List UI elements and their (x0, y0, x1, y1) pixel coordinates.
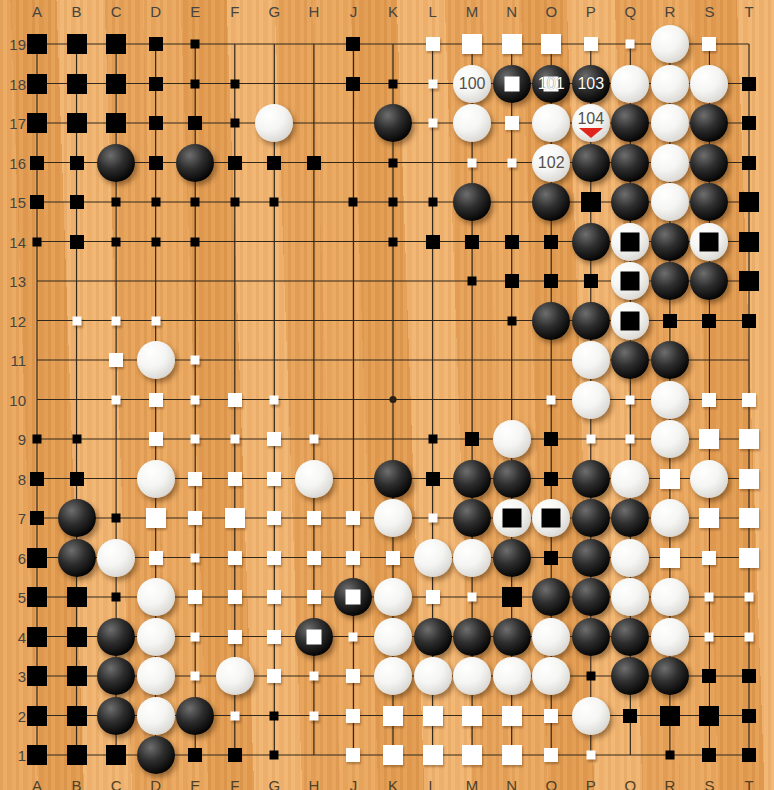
black-stone (690, 183, 728, 221)
territory-marker-white (586, 435, 595, 444)
territory-marker-black (742, 156, 756, 170)
column-label: L (428, 778, 436, 790)
territory-marker-black (106, 74, 126, 94)
territory-marker-black (505, 235, 519, 249)
move-number: 104 (577, 110, 604, 128)
white-stone (453, 104, 491, 142)
white-stone (216, 657, 254, 695)
white-stone (611, 65, 649, 103)
column-label: E (190, 4, 200, 19)
territory-marker-white (151, 316, 160, 325)
territory-marker-white (225, 508, 245, 528)
territory-marker-black (544, 274, 558, 288)
row-label: 18 (0, 76, 26, 91)
territory-marker-black (742, 709, 756, 723)
black-stone (690, 144, 728, 182)
territory-marker-black (67, 666, 87, 686)
star-point (389, 396, 396, 403)
territory-marker-black (151, 237, 160, 246)
territory-marker-black (112, 514, 121, 523)
white-stone (374, 618, 412, 656)
white-stone (611, 223, 649, 261)
territory-marker-white (428, 514, 437, 523)
column-label: S (704, 778, 714, 790)
white-stone (572, 697, 610, 735)
white-stone (414, 657, 452, 695)
black-stone (453, 618, 491, 656)
territory-marker-white (307, 551, 321, 565)
territory-marker-white (426, 37, 440, 51)
row-label: 13 (0, 274, 26, 289)
territory-marker-white (702, 551, 716, 565)
territory-marker-white (541, 34, 561, 54)
territory-marker-black (67, 706, 87, 726)
move-number: 101 (538, 75, 565, 93)
black-stone (493, 539, 531, 577)
territory-marker-black (468, 277, 477, 286)
territory-marker-white (149, 393, 163, 407)
white-stone (493, 420, 531, 458)
territory-marker-white (346, 709, 360, 723)
dead-stone-square-marker (346, 590, 361, 605)
last-move-triangle (579, 128, 603, 138)
column-label: D (150, 4, 161, 19)
black-stone (493, 65, 531, 103)
territory-marker-black (228, 156, 242, 170)
black-stone (493, 460, 531, 498)
territory-marker-black (230, 198, 239, 207)
territory-marker-white (228, 630, 242, 644)
row-label: 3 (0, 669, 26, 684)
territory-marker-black (502, 587, 522, 607)
column-label: Q (624, 4, 636, 19)
column-label: C (111, 778, 122, 790)
dead-stone-square-marker (542, 509, 561, 528)
territory-marker-white (349, 632, 358, 641)
territory-marker-black (663, 314, 677, 328)
territory-marker-white (468, 158, 477, 167)
white-stone (97, 539, 135, 577)
row-label: 11 (0, 353, 26, 368)
territory-marker-white (267, 511, 281, 525)
territory-marker-black (702, 748, 716, 762)
white-stone (137, 578, 175, 616)
territory-marker-white (505, 116, 519, 130)
territory-marker-white (230, 435, 239, 444)
territory-marker-black (149, 156, 163, 170)
territory-marker-black (702, 314, 716, 328)
territory-marker-white (502, 706, 522, 726)
territory-marker-white (502, 745, 522, 765)
black-stone (97, 657, 135, 695)
dead-stone-square-marker (502, 509, 521, 528)
black-stone (651, 657, 689, 695)
territory-marker-white (112, 395, 121, 404)
territory-marker-black (739, 271, 759, 291)
white-stone (255, 104, 293, 142)
column-label: H (308, 4, 319, 19)
territory-marker-white (346, 511, 360, 525)
territory-marker-black (67, 587, 87, 607)
territory-marker-black (228, 748, 242, 762)
territory-marker-white (428, 79, 437, 88)
column-label: M (466, 4, 479, 19)
territory-marker-black (699, 706, 719, 726)
white-stone (532, 657, 570, 695)
territory-marker-black (428, 198, 437, 207)
territory-marker-white (149, 432, 163, 446)
territory-marker-white (309, 435, 318, 444)
territory-marker-white (660, 548, 680, 568)
column-label: T (744, 4, 753, 19)
territory-marker-black (27, 34, 47, 54)
territory-marker-white (191, 356, 200, 365)
territory-marker-black (33, 237, 42, 246)
white-stone (611, 262, 649, 300)
territory-marker-black (27, 74, 47, 94)
territory-marker-black (739, 192, 759, 212)
territory-marker-black (349, 198, 358, 207)
territory-marker-black (230, 119, 239, 128)
black-stone (532, 302, 570, 340)
territory-marker-white (423, 706, 443, 726)
row-label: 19 (0, 37, 26, 52)
territory-marker-black (389, 79, 398, 88)
dead-stone-square-marker (621, 311, 640, 330)
black-stone (374, 104, 412, 142)
black-stone (176, 144, 214, 182)
territory-marker-white (146, 508, 166, 528)
territory-marker-black (742, 314, 756, 328)
territory-marker-black (702, 669, 716, 683)
territory-marker-black (70, 195, 84, 209)
territory-marker-white (745, 593, 754, 602)
territory-marker-white (191, 553, 200, 562)
territory-marker-black (270, 198, 279, 207)
column-label: A (32, 4, 42, 19)
territory-marker-white (109, 353, 123, 367)
black-stone (611, 183, 649, 221)
territory-marker-white (230, 711, 239, 720)
territory-marker-white (468, 593, 477, 602)
white-stone (651, 499, 689, 537)
black-stone (137, 736, 175, 774)
territory-marker-black (33, 435, 42, 444)
territory-marker-white (191, 435, 200, 444)
territory-marker-white (267, 472, 281, 486)
territory-marker-black (307, 156, 321, 170)
black-stone (572, 499, 610, 537)
territory-marker-black (665, 751, 674, 760)
territory-marker-white (267, 432, 281, 446)
territory-marker-white (423, 745, 443, 765)
black-stone (611, 499, 649, 537)
column-label: C (111, 4, 122, 19)
row-label: 9 (0, 432, 26, 447)
row-label: 8 (0, 471, 26, 486)
white-stone (690, 65, 728, 103)
territory-marker-white (386, 551, 400, 565)
territory-marker-white (702, 393, 716, 407)
black-stone (611, 618, 649, 656)
column-label: R (664, 4, 675, 19)
black-stone (493, 618, 531, 656)
territory-marker-black (191, 237, 200, 246)
territory-marker-black (581, 192, 601, 212)
black-stone (572, 144, 610, 182)
move-number: 100 (459, 75, 486, 93)
territory-marker-black (270, 711, 279, 720)
black-stone (414, 618, 452, 656)
white-stone (572, 381, 610, 419)
column-label: K (388, 778, 398, 790)
dead-stone-square-marker (306, 629, 321, 644)
white-stone (295, 460, 333, 498)
black-stone (58, 539, 96, 577)
column-label: J (350, 778, 358, 790)
territory-marker-black (112, 593, 121, 602)
territory-marker-white (228, 472, 242, 486)
black-stone (690, 104, 728, 142)
territory-marker-black (660, 706, 680, 726)
black-stone (97, 144, 135, 182)
territory-marker-white (742, 393, 756, 407)
territory-marker-black (389, 198, 398, 207)
territory-marker-white (699, 429, 719, 449)
column-label: T (744, 778, 753, 790)
white-stone (611, 302, 649, 340)
territory-marker-black (149, 37, 163, 51)
row-label: 1 (0, 748, 26, 763)
territory-marker-white (702, 37, 716, 51)
territory-marker-black (426, 235, 440, 249)
column-label: B (72, 778, 82, 790)
black-stone (295, 618, 333, 656)
territory-marker-white (270, 395, 279, 404)
territory-marker-white (428, 119, 437, 128)
black-stone (334, 578, 372, 616)
territory-marker-black (191, 198, 200, 207)
territory-marker-black (544, 235, 558, 249)
white-stone: 102 (532, 144, 570, 182)
white-stone (137, 618, 175, 656)
territory-marker-white (544, 709, 558, 723)
black-stone (532, 578, 570, 616)
territory-marker-white (626, 435, 635, 444)
white-stone: 100 (453, 65, 491, 103)
black-stone (572, 578, 610, 616)
column-label: L (428, 4, 436, 19)
white-stone (651, 104, 689, 142)
territory-marker-black (270, 751, 279, 760)
territory-marker-black (30, 511, 44, 525)
white-stone (651, 381, 689, 419)
white-stone (690, 460, 728, 498)
column-label: K (388, 4, 398, 19)
column-label: O (545, 778, 557, 790)
black-stone (690, 262, 728, 300)
territory-marker-black (544, 432, 558, 446)
territory-marker-white (191, 395, 200, 404)
territory-marker-black (67, 113, 87, 133)
territory-marker-black (30, 195, 44, 209)
white-stone (374, 657, 412, 695)
white-stone: 104 (572, 104, 610, 142)
black-stone (651, 341, 689, 379)
white-stone (611, 539, 649, 577)
territory-marker-white (383, 706, 403, 726)
black-stone (572, 460, 610, 498)
territory-marker-white (705, 632, 714, 641)
column-label: O (545, 4, 557, 19)
territory-marker-white (426, 590, 440, 604)
black-stone (651, 223, 689, 261)
territory-marker-white (307, 590, 321, 604)
column-label: E (190, 778, 200, 790)
black-stone (611, 104, 649, 142)
territory-marker-black (742, 77, 756, 91)
territory-marker-white (705, 593, 714, 602)
white-stone (532, 618, 570, 656)
territory-marker-black (346, 37, 360, 51)
black-stone (97, 618, 135, 656)
black-stone (572, 223, 610, 261)
white-stone (137, 657, 175, 695)
territory-marker-black (151, 198, 160, 207)
black-stone: 103 (572, 65, 610, 103)
territory-marker-white (191, 672, 200, 681)
territory-marker-white (660, 469, 680, 489)
territory-marker-white (191, 632, 200, 641)
territory-marker-white (462, 745, 482, 765)
column-label: F (230, 778, 239, 790)
territory-marker-white (72, 316, 81, 325)
black-stone (453, 499, 491, 537)
territory-marker-white (699, 508, 719, 528)
territory-marker-white (739, 548, 759, 568)
territory-marker-black (346, 77, 360, 91)
column-label: J (350, 4, 358, 19)
territory-marker-white (309, 672, 318, 681)
white-stone (493, 499, 531, 537)
territory-marker-black (27, 627, 47, 647)
territory-marker-black (742, 748, 756, 762)
black-stone (611, 341, 649, 379)
territory-marker-white (188, 511, 202, 525)
black-stone (611, 657, 649, 695)
territory-marker-white (626, 395, 635, 404)
territory-marker-white (584, 37, 598, 51)
black-stone (532, 183, 570, 221)
territory-marker-black (191, 40, 200, 49)
column-label: M (466, 778, 479, 790)
black-stone (651, 262, 689, 300)
territory-marker-white (267, 669, 281, 683)
territory-marker-black (191, 79, 200, 88)
column-label: N (506, 4, 517, 19)
territory-marker-black (72, 435, 81, 444)
territory-marker-black (465, 432, 479, 446)
black-stone (611, 144, 649, 182)
territory-marker-black (27, 745, 47, 765)
column-label: P (586, 778, 596, 790)
territory-marker-white (739, 469, 759, 489)
dead-stone-square-marker (504, 76, 519, 91)
row-label: 5 (0, 590, 26, 605)
row-label: 16 (0, 155, 26, 170)
territory-marker-black (742, 116, 756, 130)
dead-stone-square-marker (621, 232, 640, 251)
white-stone (453, 657, 491, 695)
territory-marker-white (739, 429, 759, 449)
go-board[interactable]: ABCDEFGHJKLMNOPQRST ABCDEFGHJKLMNOPQRST … (0, 0, 774, 790)
white-stone (137, 697, 175, 735)
territory-marker-black (67, 34, 87, 54)
territory-marker-white (383, 745, 403, 765)
territory-marker-black (70, 472, 84, 486)
territory-marker-black (188, 748, 202, 762)
territory-marker-black (112, 198, 121, 207)
territory-marker-white (228, 590, 242, 604)
territory-marker-black (112, 237, 121, 246)
territory-marker-black (106, 113, 126, 133)
white-stone (453, 539, 491, 577)
territory-marker-black (30, 472, 44, 486)
territory-marker-black (149, 77, 163, 91)
black-stone (176, 697, 214, 735)
territory-marker-white (745, 632, 754, 641)
white-stone (374, 499, 412, 537)
territory-marker-white (346, 669, 360, 683)
white-stone (690, 223, 728, 261)
territory-marker-black (742, 669, 756, 683)
move-number: 103 (577, 75, 604, 93)
territory-marker-black (27, 548, 47, 568)
territory-marker-white (626, 40, 635, 49)
territory-marker-white (346, 748, 360, 762)
territory-marker-black (27, 706, 47, 726)
black-stone (572, 302, 610, 340)
territory-marker-black (70, 156, 84, 170)
row-label: 2 (0, 708, 26, 723)
territory-marker-black (106, 745, 126, 765)
column-label: P (586, 4, 596, 19)
territory-marker-black (67, 627, 87, 647)
territory-marker-white (309, 711, 318, 720)
white-stone (611, 460, 649, 498)
white-stone (137, 460, 175, 498)
row-label: 12 (0, 313, 26, 328)
column-label: Q (624, 778, 636, 790)
territory-marker-black (544, 551, 558, 565)
column-label: G (268, 4, 280, 19)
territory-marker-white (547, 395, 556, 404)
territory-marker-black (389, 158, 398, 167)
territory-marker-black (106, 34, 126, 54)
column-label: B (72, 4, 82, 19)
territory-marker-black (70, 235, 84, 249)
white-stone (651, 65, 689, 103)
territory-marker-white (346, 551, 360, 565)
column-label: R (664, 778, 675, 790)
territory-marker-black (465, 235, 479, 249)
territory-marker-black (67, 745, 87, 765)
black-stone (453, 183, 491, 221)
territory-marker-black (507, 316, 516, 325)
territory-marker-black (27, 113, 47, 133)
white-stone (572, 341, 610, 379)
territory-marker-white (267, 551, 281, 565)
